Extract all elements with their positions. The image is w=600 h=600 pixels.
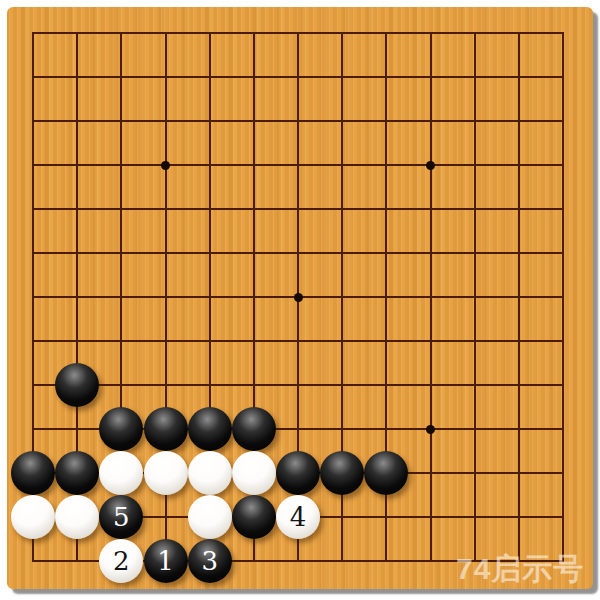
- stone-black: [364, 451, 408, 495]
- stone-white: [188, 451, 232, 495]
- stone-black: [232, 495, 276, 539]
- grid-line-v: [518, 32, 520, 562]
- stone-black: 1: [144, 539, 188, 583]
- stone-black: [11, 451, 55, 495]
- stone-black: [99, 407, 143, 451]
- stone-black: [320, 451, 364, 495]
- stone-white: [144, 451, 188, 495]
- stone-white: [188, 495, 232, 539]
- move-number-label: 5: [113, 504, 130, 530]
- star-point: [426, 161, 435, 170]
- watermark: 74启示号: [456, 549, 584, 590]
- stone-white: [11, 495, 55, 539]
- stone-black: [188, 407, 232, 451]
- star-point: [161, 161, 170, 170]
- star-point: [294, 293, 303, 302]
- stone-white: 4: [276, 495, 320, 539]
- grid-line-v: [474, 32, 476, 562]
- go-board: 54213: [7, 7, 593, 589]
- grid-line-h: [32, 384, 564, 386]
- stone-white: [99, 451, 143, 495]
- grid-line-v: [562, 32, 564, 562]
- grid-line-h: [32, 340, 564, 342]
- stone-black: 3: [188, 539, 232, 583]
- stone-white: [55, 495, 99, 539]
- grid-line-v: [430, 32, 432, 562]
- stone-white: 2: [99, 539, 143, 583]
- stone-white: [232, 451, 276, 495]
- move-number-label: 1: [157, 548, 174, 574]
- stone-black: [55, 451, 99, 495]
- star-point: [426, 425, 435, 434]
- stone-black: [144, 407, 188, 451]
- stone-black: [55, 363, 99, 407]
- stone-black: [276, 451, 320, 495]
- stone-black: 5: [99, 495, 143, 539]
- move-number-label: 3: [201, 548, 218, 574]
- move-number-label: 2: [113, 548, 130, 574]
- stone-black: [232, 407, 276, 451]
- move-number-label: 4: [290, 504, 307, 530]
